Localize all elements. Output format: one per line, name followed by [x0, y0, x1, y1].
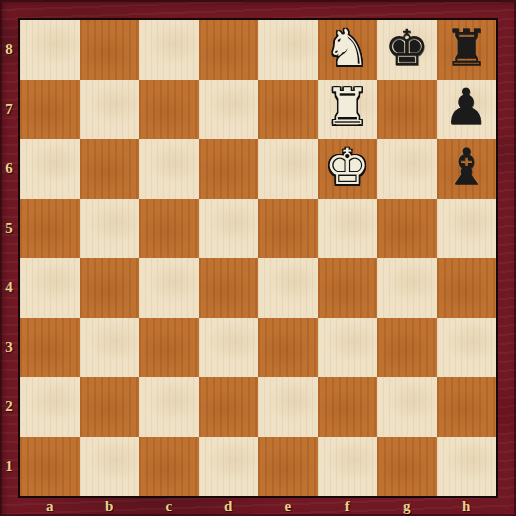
square-h3[interactable]	[437, 318, 497, 378]
file-labels: abcdefgh	[20, 498, 496, 515]
rank-label-2: 2	[0, 377, 18, 437]
square-e5[interactable]	[258, 199, 318, 259]
piece-white-king[interactable]: ♚	[325, 142, 370, 192]
square-f2[interactable]	[318, 377, 378, 437]
piece-black-pawn[interactable]: ♟	[444, 82, 489, 132]
rank-label-4: 4	[0, 258, 18, 318]
rank-label-7: 7	[0, 80, 18, 140]
square-c4[interactable]	[139, 258, 199, 318]
square-c7[interactable]	[139, 80, 199, 140]
rank-label-6: 6	[0, 139, 18, 199]
square-f8[interactable]: ♞	[318, 20, 378, 80]
square-g1[interactable]	[377, 437, 437, 497]
square-f3[interactable]	[318, 318, 378, 378]
square-g5[interactable]	[377, 199, 437, 259]
square-d4[interactable]	[199, 258, 259, 318]
square-d6[interactable]	[199, 139, 259, 199]
square-g8[interactable]: ♚	[377, 20, 437, 80]
square-h2[interactable]	[437, 377, 497, 437]
chess-board: ♞♚♜♜♟♚♝	[18, 18, 498, 498]
square-e7[interactable]	[258, 80, 318, 140]
square-a3[interactable]	[20, 318, 80, 378]
piece-white-knight[interactable]: ♞	[325, 23, 370, 73]
square-b1[interactable]	[80, 437, 140, 497]
square-c1[interactable]	[139, 437, 199, 497]
square-b7[interactable]	[80, 80, 140, 140]
square-e3[interactable]	[258, 318, 318, 378]
square-d1[interactable]	[199, 437, 259, 497]
piece-black-bishop[interactable]: ♝	[444, 142, 489, 192]
square-e1[interactable]	[258, 437, 318, 497]
square-h6[interactable]: ♝	[437, 139, 497, 199]
square-b3[interactable]	[80, 318, 140, 378]
square-c5[interactable]	[139, 199, 199, 259]
square-f6[interactable]: ♚	[318, 139, 378, 199]
square-f7[interactable]: ♜	[318, 80, 378, 140]
square-a1[interactable]	[20, 437, 80, 497]
square-f4[interactable]	[318, 258, 378, 318]
rank-label-5: 5	[0, 199, 18, 259]
square-a8[interactable]	[20, 20, 80, 80]
square-f5[interactable]	[318, 199, 378, 259]
file-label-d: d	[199, 498, 259, 515]
file-label-a: a	[20, 498, 80, 515]
board-frame: 87654321 abcdefgh ♞♚♜♜♟♚♝	[0, 0, 516, 516]
piece-black-rook[interactable]: ♜	[444, 23, 489, 73]
rank-label-3: 3	[0, 318, 18, 378]
square-b6[interactable]	[80, 139, 140, 199]
square-h8[interactable]: ♜	[437, 20, 497, 80]
square-c3[interactable]	[139, 318, 199, 378]
file-label-c: c	[139, 498, 199, 515]
square-e4[interactable]	[258, 258, 318, 318]
file-label-g: g	[377, 498, 437, 515]
square-c8[interactable]	[139, 20, 199, 80]
square-d3[interactable]	[199, 318, 259, 378]
square-e8[interactable]	[258, 20, 318, 80]
rank-label-1: 1	[0, 437, 18, 497]
square-b5[interactable]	[80, 199, 140, 259]
square-b8[interactable]	[80, 20, 140, 80]
square-h7[interactable]: ♟	[437, 80, 497, 140]
square-d8[interactable]	[199, 20, 259, 80]
file-label-h: h	[437, 498, 497, 515]
file-label-f: f	[318, 498, 378, 515]
piece-black-king[interactable]: ♚	[384, 23, 429, 73]
square-a5[interactable]	[20, 199, 80, 259]
square-g6[interactable]	[377, 139, 437, 199]
file-label-e: e	[258, 498, 318, 515]
square-h4[interactable]	[437, 258, 497, 318]
square-g3[interactable]	[377, 318, 437, 378]
file-label-b: b	[80, 498, 140, 515]
square-a6[interactable]	[20, 139, 80, 199]
rank-label-8: 8	[0, 20, 18, 80]
square-a4[interactable]	[20, 258, 80, 318]
square-d7[interactable]	[199, 80, 259, 140]
square-a7[interactable]	[20, 80, 80, 140]
square-d2[interactable]	[199, 377, 259, 437]
square-e6[interactable]	[258, 139, 318, 199]
square-a2[interactable]	[20, 377, 80, 437]
square-c6[interactable]	[139, 139, 199, 199]
square-h5[interactable]	[437, 199, 497, 259]
square-h1[interactable]	[437, 437, 497, 497]
square-d5[interactable]	[199, 199, 259, 259]
square-b2[interactable]	[80, 377, 140, 437]
square-c2[interactable]	[139, 377, 199, 437]
square-e2[interactable]	[258, 377, 318, 437]
square-g7[interactable]	[377, 80, 437, 140]
square-f1[interactable]	[318, 437, 378, 497]
rank-labels: 87654321	[0, 20, 18, 496]
piece-white-rook[interactable]: ♜	[325, 82, 370, 132]
square-b4[interactable]	[80, 258, 140, 318]
square-g4[interactable]	[377, 258, 437, 318]
square-g2[interactable]	[377, 377, 437, 437]
